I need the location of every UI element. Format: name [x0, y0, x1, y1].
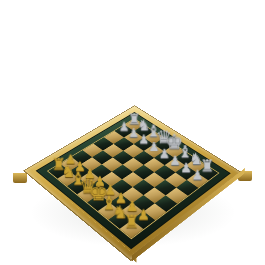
square-h7: ♟ [187, 173, 209, 188]
square-d5 [123, 158, 144, 172]
photo-scene: ♜♞♝♛♚♝♞♜♟♟♟♟♟♟♟♟♟♟♟♟♟♟♟♟♜♞♝♛♚♝♞♜ [0, 0, 265, 265]
board-green-border: ♜♞♝♛♚♝♞♜♟♟♟♟♟♟♟♟♟♟♟♟♟♟♟♟♜♞♝♛♚♝♞♜ [36, 112, 231, 249]
square-e6 [144, 158, 165, 172]
square-h1: ♜ [120, 220, 143, 238]
chess-board: ♜♞♝♛♚♝♞♜♟♟♟♟♟♟♟♟♟♟♟♟♟♟♟♟♜♞♝♛♚♝♞♜ [23, 105, 244, 261]
silver-pawn: ♟ [180, 161, 192, 174]
product-photo: ♜♞♝♛♚♝♞♜♟♟♟♟♟♟♟♟♟♟♟♟♟♟♟♟♜♞♝♛♚♝♞♜ [0, 0, 265, 265]
board-brass-frame: ♜♞♝♛♚♝♞♜♟♟♟♟♟♟♟♟♟♟♟♟♟♟♟♟♜♞♝♛♚♝♞♜ [23, 105, 244, 261]
square-h6 [176, 180, 198, 196]
silver-pawn: ♟ [128, 127, 139, 139]
board-grid: ♜♞♝♛♚♝♞♜♟♟♟♟♟♟♟♟♟♟♟♟♟♟♟♟♜♞♝♛♚♝♞♜ [47, 118, 220, 239]
silver-pawn: ♟ [191, 168, 203, 181]
silver-pawn: ♟ [138, 133, 149, 145]
silver-pawn: ♟ [158, 147, 169, 160]
silver-pawn: ♟ [148, 140, 159, 152]
gold-rook: ♜ [123, 213, 139, 231]
silver-pawn: ♟ [169, 154, 181, 167]
